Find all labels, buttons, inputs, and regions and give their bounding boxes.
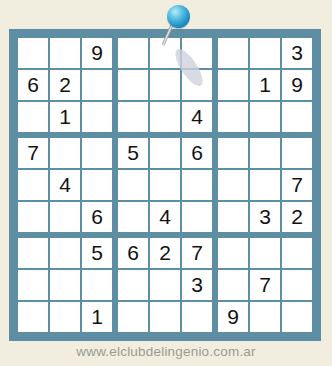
cell-r9c7[interactable]: 9 <box>218 302 250 332</box>
watermark-url: www.elclubdelingenio.com.ar <box>0 344 332 359</box>
cell-r7c1[interactable] <box>18 238 50 270</box>
cell-r5c7[interactable] <box>218 170 250 202</box>
cell-r1c4[interactable] <box>118 38 150 70</box>
cell-r2c8[interactable]: 1 <box>250 70 282 102</box>
cell-r6c2[interactable] <box>50 202 82 238</box>
cell-r7c3[interactable]: 5 <box>82 238 118 270</box>
cell-r5c8[interactable] <box>250 170 282 202</box>
cell-r9c6[interactable] <box>182 302 218 332</box>
pushpin-head-icon <box>167 5 190 28</box>
cell-r6c8[interactable]: 3 <box>250 202 282 238</box>
cell-r3c4[interactable] <box>118 102 150 138</box>
cell-r1c5[interactable] <box>150 38 182 70</box>
cell-r2c4[interactable] <box>118 70 150 102</box>
cell-r3c9[interactable] <box>282 102 312 138</box>
cell-r1c3[interactable]: 9 <box>82 38 118 70</box>
cell-r1c6[interactable] <box>182 38 218 70</box>
cell-r2c1[interactable]: 6 <box>18 70 50 102</box>
cell-r1c8[interactable] <box>250 38 282 70</box>
cell-r7c2[interactable] <box>50 238 82 270</box>
cell-r5c1[interactable] <box>18 170 50 202</box>
cell-r7c8[interactable] <box>250 238 282 270</box>
cell-r3c7[interactable] <box>218 102 250 138</box>
cell-r6c9[interactable]: 2 <box>282 202 312 238</box>
cell-r3c8[interactable] <box>250 102 282 138</box>
cell-r8c5[interactable] <box>150 270 182 302</box>
cell-r2c7[interactable] <box>218 70 250 102</box>
cell-r7c9[interactable] <box>282 238 312 270</box>
cell-r3c2[interactable]: 1 <box>50 102 82 138</box>
cell-r5c3[interactable] <box>82 170 118 202</box>
cell-r8c2[interactable] <box>50 270 82 302</box>
sudoku-board: 9362191475647643256273719 <box>9 29 321 341</box>
cell-r4c9[interactable] <box>282 138 312 170</box>
cell-r2c9[interactable]: 9 <box>282 70 312 102</box>
cell-r6c6[interactable] <box>182 202 218 238</box>
cell-r8c4[interactable] <box>118 270 150 302</box>
cell-r9c1[interactable] <box>18 302 50 332</box>
cell-r5c2[interactable]: 4 <box>50 170 82 202</box>
cell-r9c9[interactable] <box>282 302 312 332</box>
cell-r5c9[interactable]: 7 <box>282 170 312 202</box>
cell-r5c4[interactable] <box>118 170 150 202</box>
cell-r7c4[interactable]: 6 <box>118 238 150 270</box>
cell-r8c8[interactable]: 7 <box>250 270 282 302</box>
cell-r1c1[interactable] <box>18 38 50 70</box>
cell-r3c5[interactable] <box>150 102 182 138</box>
cell-r2c2[interactable]: 2 <box>50 70 82 102</box>
cell-r7c7[interactable] <box>218 238 250 270</box>
cell-r9c5[interactable] <box>150 302 182 332</box>
cell-r4c3[interactable] <box>82 138 118 170</box>
cell-r2c5[interactable] <box>150 70 182 102</box>
cell-r4c7[interactable] <box>218 138 250 170</box>
cell-r4c8[interactable] <box>250 138 282 170</box>
cell-r8c7[interactable] <box>218 270 250 302</box>
cell-r4c5[interactable] <box>150 138 182 170</box>
cell-r2c3[interactable] <box>82 70 118 102</box>
cell-r5c6[interactable] <box>182 170 218 202</box>
cell-r3c1[interactable] <box>18 102 50 138</box>
cell-r2c6[interactable] <box>182 70 218 102</box>
cell-r6c1[interactable] <box>18 202 50 238</box>
cell-r7c5[interactable]: 2 <box>150 238 182 270</box>
cell-r8c3[interactable] <box>82 270 118 302</box>
cell-r4c6[interactable]: 6 <box>182 138 218 170</box>
cell-r5c5[interactable] <box>150 170 182 202</box>
cell-r1c7[interactable] <box>218 38 250 70</box>
cell-r4c4[interactable]: 5 <box>118 138 150 170</box>
cell-r8c6[interactable]: 3 <box>182 270 218 302</box>
cell-r6c5[interactable]: 4 <box>150 202 182 238</box>
cell-r6c4[interactable] <box>118 202 150 238</box>
cell-r3c6[interactable]: 4 <box>182 102 218 138</box>
cell-r9c8[interactable] <box>250 302 282 332</box>
cell-r4c2[interactable] <box>50 138 82 170</box>
cell-r6c3[interactable]: 6 <box>82 202 118 238</box>
cell-r1c9[interactable]: 3 <box>282 38 312 70</box>
cell-r7c6[interactable]: 7 <box>182 238 218 270</box>
cell-r6c7[interactable] <box>218 202 250 238</box>
cell-r9c2[interactable] <box>50 302 82 332</box>
cell-r8c9[interactable] <box>282 270 312 302</box>
cell-r1c2[interactable] <box>50 38 82 70</box>
cell-r3c3[interactable] <box>82 102 118 138</box>
cell-r8c1[interactable] <box>18 270 50 302</box>
cell-r9c3[interactable]: 1 <box>82 302 118 332</box>
cell-r9c4[interactable] <box>118 302 150 332</box>
cell-r4c1[interactable]: 7 <box>18 138 50 170</box>
